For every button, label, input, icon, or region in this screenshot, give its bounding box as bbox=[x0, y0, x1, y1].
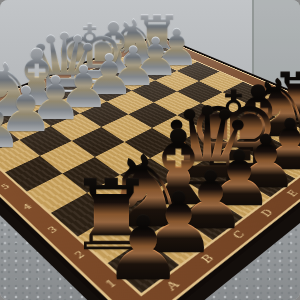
piece-silver-pawn-a7[interactable]: ♟ bbox=[0, 92, 23, 157]
photo-scene: ABCDEFGH 12345678 ♟♟♟♟♟♟♟♟♜♞♝♛♚♝♞♜♟♟♟♟♟♟… bbox=[0, 0, 300, 300]
piece-black-pawn-a1[interactable]: ♟ bbox=[103, 204, 183, 293]
